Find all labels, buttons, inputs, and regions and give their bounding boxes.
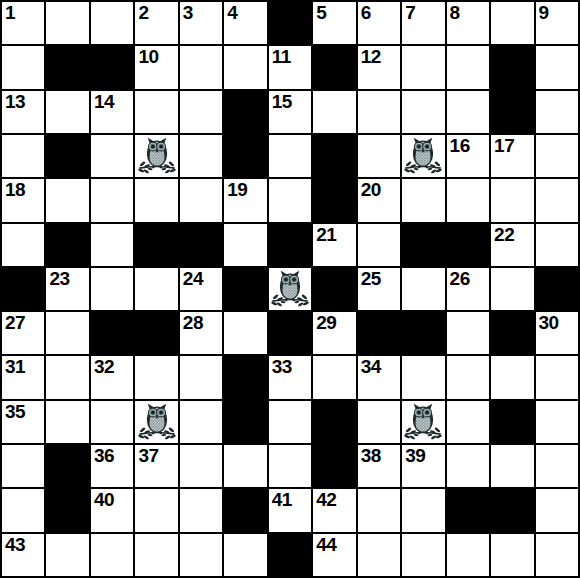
owl-on-branch-icon bbox=[136, 401, 177, 442]
black-square-r3-c7 bbox=[313, 135, 355, 177]
letter-square-r7-c7[interactable]: 29 bbox=[313, 312, 355, 354]
black-square-r5-c9 bbox=[402, 224, 444, 266]
letter-square-r3-c4[interactable] bbox=[180, 135, 222, 177]
letter-square-r3-c10[interactable]: 16 bbox=[447, 135, 489, 177]
letter-square-r12-c7[interactable]: 44 bbox=[313, 534, 355, 576]
letter-square-r2-c12[interactable] bbox=[536, 91, 578, 133]
clue-number-43: 43 bbox=[5, 534, 25, 556]
black-square-r6-c7 bbox=[313, 268, 355, 310]
clue-number-1: 1 bbox=[5, 2, 15, 24]
black-square-r11-c1 bbox=[46, 489, 88, 531]
clue-number-20: 20 bbox=[361, 179, 381, 201]
letter-square-r12-c0[interactable]: 43 bbox=[2, 534, 44, 576]
clue-number-41: 41 bbox=[272, 489, 292, 511]
letter-square-r8-c10[interactable] bbox=[447, 356, 489, 398]
letter-square-r0-c11[interactable] bbox=[491, 2, 533, 44]
black-square-r12-c6 bbox=[269, 534, 311, 576]
letter-square-r9-c6[interactable] bbox=[269, 401, 311, 443]
owl-square-r3-c3 bbox=[135, 135, 177, 177]
letter-square-r0-c10[interactable]: 8 bbox=[447, 2, 489, 44]
letter-square-r0-c12[interactable]: 9 bbox=[536, 2, 578, 44]
letter-square-r12-c1[interactable] bbox=[46, 534, 88, 576]
clue-number-15: 15 bbox=[272, 91, 292, 113]
letter-square-r9-c1[interactable] bbox=[46, 401, 88, 443]
clue-number-18: 18 bbox=[5, 179, 25, 201]
letter-square-r12-c10[interactable] bbox=[447, 534, 489, 576]
letter-square-r12-c2[interactable] bbox=[91, 534, 133, 576]
letter-square-r2-c6[interactable]: 15 bbox=[269, 91, 311, 133]
black-square-r7-c9 bbox=[402, 312, 444, 354]
letter-square-r4-c10[interactable] bbox=[447, 179, 489, 221]
letter-square-r10-c12[interactable] bbox=[536, 445, 578, 487]
letter-square-r8-c7[interactable] bbox=[313, 356, 355, 398]
letter-square-r4-c9[interactable] bbox=[402, 179, 444, 221]
letter-square-r3-c8[interactable] bbox=[358, 135, 400, 177]
clue-number-2: 2 bbox=[138, 2, 148, 24]
black-square-r1-c7 bbox=[313, 46, 355, 88]
letter-square-r6-c4[interactable]: 24 bbox=[180, 268, 222, 310]
letter-square-r10-c8[interactable]: 38 bbox=[358, 445, 400, 487]
letter-square-r6-c9[interactable] bbox=[402, 268, 444, 310]
letter-square-r10-c5[interactable] bbox=[224, 445, 266, 487]
letter-square-r7-c10[interactable] bbox=[447, 312, 489, 354]
letter-square-r8-c9[interactable] bbox=[402, 356, 444, 398]
letter-square-r0-c9[interactable]: 7 bbox=[402, 2, 444, 44]
owl-square-r6-c6 bbox=[269, 268, 311, 310]
clue-number-4: 4 bbox=[227, 2, 237, 24]
letter-square-r9-c10[interactable] bbox=[447, 401, 489, 443]
black-square-r11-c11 bbox=[491, 489, 533, 531]
black-square-r10-c1 bbox=[46, 445, 88, 487]
black-square-r1-c2 bbox=[91, 46, 133, 88]
letter-square-r7-c0[interactable]: 27 bbox=[2, 312, 44, 354]
letter-square-r5-c8[interactable] bbox=[358, 224, 400, 266]
clue-number-28: 28 bbox=[183, 312, 203, 334]
black-square-r7-c8 bbox=[358, 312, 400, 354]
black-square-r9-c7 bbox=[313, 401, 355, 443]
black-square-r2-c5 bbox=[224, 91, 266, 133]
letter-square-r8-c3[interactable] bbox=[135, 356, 177, 398]
letter-square-r1-c10[interactable] bbox=[447, 46, 489, 88]
letter-square-r8-c12[interactable] bbox=[536, 356, 578, 398]
clue-number-12: 12 bbox=[361, 46, 381, 68]
letter-square-r5-c11[interactable]: 22 bbox=[491, 224, 533, 266]
letter-square-r11-c6[interactable]: 41 bbox=[269, 489, 311, 531]
letter-square-r5-c5[interactable] bbox=[224, 224, 266, 266]
letter-square-r8-c4[interactable] bbox=[180, 356, 222, 398]
letter-square-r10-c6[interactable] bbox=[269, 445, 311, 487]
letter-square-r8-c11[interactable] bbox=[491, 356, 533, 398]
letter-square-r0-c1[interactable] bbox=[46, 2, 88, 44]
clue-number-33: 33 bbox=[272, 356, 292, 378]
owl-on-branch-icon bbox=[269, 268, 310, 309]
letter-square-r5-c12[interactable] bbox=[536, 224, 578, 266]
clue-number-6: 6 bbox=[361, 2, 371, 24]
black-square-r11-c5 bbox=[224, 489, 266, 531]
letter-square-r7-c5[interactable] bbox=[224, 312, 266, 354]
letter-square-r3-c12[interactable] bbox=[536, 135, 578, 177]
letter-square-r11-c2[interactable]: 40 bbox=[91, 489, 133, 531]
letter-square-r2-c10[interactable] bbox=[447, 91, 489, 133]
letter-square-r0-c7[interactable]: 5 bbox=[313, 2, 355, 44]
black-square-r3-c5 bbox=[224, 135, 266, 177]
letter-square-r3-c11[interactable]: 17 bbox=[491, 135, 533, 177]
clue-number-24: 24 bbox=[183, 268, 203, 290]
letter-square-r8-c1[interactable] bbox=[46, 356, 88, 398]
letter-square-r11-c9[interactable] bbox=[402, 489, 444, 531]
letter-square-r7-c1[interactable] bbox=[46, 312, 88, 354]
letter-square-r1-c3[interactable]: 10 bbox=[135, 46, 177, 88]
clue-number-11: 11 bbox=[272, 46, 291, 68]
letter-square-r10-c11[interactable] bbox=[491, 445, 533, 487]
letter-square-r1-c6[interactable]: 11 bbox=[269, 46, 311, 88]
clue-number-31: 31 bbox=[5, 356, 25, 378]
clue-number-16: 16 bbox=[450, 135, 470, 157]
letter-square-r9-c12[interactable] bbox=[536, 401, 578, 443]
black-square-r7-c3 bbox=[135, 312, 177, 354]
black-square-r7-c2 bbox=[91, 312, 133, 354]
letter-square-r1-c12[interactable] bbox=[536, 46, 578, 88]
owl-on-branch-icon bbox=[403, 401, 444, 442]
letter-square-r10-c9[interactable]: 39 bbox=[402, 445, 444, 487]
clue-number-21: 21 bbox=[316, 224, 336, 246]
letter-square-r4-c8[interactable]: 20 bbox=[358, 179, 400, 221]
clue-number-32: 32 bbox=[94, 356, 114, 378]
letter-square-r7-c12[interactable]: 30 bbox=[536, 312, 578, 354]
black-square-r10-c7 bbox=[313, 445, 355, 487]
clue-number-27: 27 bbox=[5, 312, 25, 334]
letter-square-r2-c8[interactable] bbox=[358, 91, 400, 133]
black-square-r3-c1 bbox=[46, 135, 88, 177]
letter-square-r10-c0[interactable] bbox=[2, 445, 44, 487]
letter-square-r12-c9[interactable] bbox=[402, 534, 444, 576]
black-square-r11-c10 bbox=[447, 489, 489, 531]
letter-square-r10-c3[interactable]: 37 bbox=[135, 445, 177, 487]
clue-number-38: 38 bbox=[361, 445, 381, 467]
letter-square-r10-c4[interactable] bbox=[180, 445, 222, 487]
clue-number-30: 30 bbox=[539, 312, 559, 334]
letter-square-r2-c7[interactable] bbox=[313, 91, 355, 133]
letter-square-r0-c0[interactable]: 1 bbox=[2, 2, 44, 44]
black-square-r8-c5 bbox=[224, 356, 266, 398]
letter-square-r2-c3[interactable] bbox=[135, 91, 177, 133]
clue-number-7: 7 bbox=[405, 2, 415, 24]
letter-square-r6-c10[interactable]: 26 bbox=[447, 268, 489, 310]
letter-square-r12-c12[interactable] bbox=[536, 534, 578, 576]
letter-square-r8-c8[interactable]: 34 bbox=[358, 356, 400, 398]
clue-number-42: 42 bbox=[316, 489, 336, 511]
black-square-r4-c7 bbox=[313, 179, 355, 221]
black-square-r6-c0 bbox=[2, 268, 44, 310]
letter-square-r0-c2[interactable] bbox=[91, 2, 133, 44]
clue-number-10: 10 bbox=[138, 46, 158, 68]
letter-square-r4-c5[interactable]: 19 bbox=[224, 179, 266, 221]
letter-square-r8-c6[interactable]: 33 bbox=[269, 356, 311, 398]
clue-number-14: 14 bbox=[94, 91, 114, 113]
black-square-r5-c6 bbox=[269, 224, 311, 266]
letter-square-r12-c5[interactable] bbox=[224, 534, 266, 576]
letter-square-r12-c3[interactable] bbox=[135, 534, 177, 576]
letter-square-r12-c4[interactable] bbox=[180, 534, 222, 576]
letter-square-r1-c9[interactable] bbox=[402, 46, 444, 88]
crossword-puzzle: 1234567891011121314151617181920212223242… bbox=[0, 0, 580, 578]
owl-on-branch-icon bbox=[136, 136, 177, 177]
letter-square-r5-c0[interactable] bbox=[2, 224, 44, 266]
letter-square-r0-c5[interactable]: 4 bbox=[224, 2, 266, 44]
clue-number-3: 3 bbox=[183, 2, 193, 24]
crossword-grid: 1234567891011121314151617181920212223242… bbox=[0, 0, 580, 578]
letter-square-r2-c9[interactable] bbox=[402, 91, 444, 133]
letter-square-r4-c6[interactable] bbox=[269, 179, 311, 221]
letter-square-r4-c12[interactable] bbox=[536, 179, 578, 221]
clue-number-25: 25 bbox=[361, 268, 381, 290]
letter-square-r6-c2[interactable] bbox=[91, 268, 133, 310]
clue-number-26: 26 bbox=[450, 268, 470, 290]
letter-square-r2-c0[interactable]: 13 bbox=[2, 91, 44, 133]
letter-square-r7-c4[interactable]: 28 bbox=[180, 312, 222, 354]
clue-number-8: 8 bbox=[450, 2, 460, 24]
black-square-r0-c6 bbox=[269, 2, 311, 44]
black-square-r2-c11 bbox=[491, 91, 533, 133]
letter-square-r3-c6[interactable] bbox=[269, 135, 311, 177]
letter-square-r1-c4[interactable] bbox=[180, 46, 222, 88]
black-square-r5-c3 bbox=[135, 224, 177, 266]
clue-number-29: 29 bbox=[316, 312, 336, 334]
black-square-r5-c10 bbox=[447, 224, 489, 266]
letter-square-r11-c3[interactable] bbox=[135, 489, 177, 531]
letter-square-r9-c4[interactable] bbox=[180, 401, 222, 443]
letter-square-r4-c3[interactable] bbox=[135, 179, 177, 221]
letter-square-r5-c7[interactable]: 21 bbox=[313, 224, 355, 266]
letter-square-r4-c11[interactable] bbox=[491, 179, 533, 221]
clue-number-13: 13 bbox=[5, 91, 25, 113]
black-square-r9-c11 bbox=[491, 401, 533, 443]
letter-square-r6-c8[interactable]: 25 bbox=[358, 268, 400, 310]
letter-square-r11-c8[interactable] bbox=[358, 489, 400, 531]
letter-square-r11-c0[interactable] bbox=[2, 489, 44, 531]
clue-number-23: 23 bbox=[49, 268, 69, 290]
letter-square-r12-c11[interactable] bbox=[491, 534, 533, 576]
letter-square-r10-c2[interactable]: 36 bbox=[91, 445, 133, 487]
letter-square-r6-c1[interactable]: 23 bbox=[46, 268, 88, 310]
letter-square-r11-c12[interactable] bbox=[536, 489, 578, 531]
clue-number-36: 36 bbox=[94, 445, 114, 467]
clue-number-44: 44 bbox=[316, 534, 336, 556]
letter-square-r9-c2[interactable] bbox=[91, 401, 133, 443]
letter-square-r1-c8[interactable]: 12 bbox=[358, 46, 400, 88]
letter-square-r12-c8[interactable] bbox=[358, 534, 400, 576]
letter-square-r8-c0[interactable]: 31 bbox=[2, 356, 44, 398]
black-square-r7-c11 bbox=[491, 312, 533, 354]
clue-number-39: 39 bbox=[405, 445, 425, 467]
owl-on-branch-icon bbox=[403, 136, 444, 177]
owl-square-r9-c3 bbox=[135, 401, 177, 443]
letter-square-r2-c2[interactable]: 14 bbox=[91, 91, 133, 133]
letter-square-r3-c2[interactable] bbox=[91, 135, 133, 177]
letter-square-r3-c0[interactable] bbox=[2, 135, 44, 177]
letter-square-r6-c3[interactable] bbox=[135, 268, 177, 310]
clue-number-34: 34 bbox=[361, 356, 381, 378]
clue-number-35: 35 bbox=[5, 401, 25, 423]
letter-square-r4-c4[interactable] bbox=[180, 179, 222, 221]
letter-square-r0-c4[interactable]: 3 bbox=[180, 2, 222, 44]
clue-number-5: 5 bbox=[316, 2, 326, 24]
letter-square-r1-c5[interactable] bbox=[224, 46, 266, 88]
letter-square-r9-c8[interactable] bbox=[358, 401, 400, 443]
clue-number-17: 17 bbox=[494, 135, 514, 157]
black-square-r5-c4 bbox=[180, 224, 222, 266]
black-square-r6-c5 bbox=[224, 268, 266, 310]
letter-square-r4-c2[interactable] bbox=[91, 179, 133, 221]
black-square-r1-c1 bbox=[46, 46, 88, 88]
owl-square-r3-c9 bbox=[402, 135, 444, 177]
clue-number-22: 22 bbox=[494, 224, 514, 246]
black-square-r9-c5 bbox=[224, 401, 266, 443]
letter-square-r2-c1[interactable] bbox=[46, 91, 88, 133]
letter-square-r11-c4[interactable] bbox=[180, 489, 222, 531]
black-square-r6-c12 bbox=[536, 268, 578, 310]
letter-square-r11-c7[interactable]: 42 bbox=[313, 489, 355, 531]
letter-square-r5-c2[interactable] bbox=[91, 224, 133, 266]
letter-square-r4-c1[interactable] bbox=[46, 179, 88, 221]
letter-square-r0-c8[interactable]: 6 bbox=[358, 2, 400, 44]
owl-square-r9-c9 bbox=[402, 401, 444, 443]
black-square-r7-c6 bbox=[269, 312, 311, 354]
black-square-r1-c11 bbox=[491, 46, 533, 88]
letter-square-r8-c2[interactable]: 32 bbox=[91, 356, 133, 398]
letter-square-r0-c3[interactable]: 2 bbox=[135, 2, 177, 44]
clue-number-37: 37 bbox=[138, 445, 158, 467]
clue-number-9: 9 bbox=[539, 2, 549, 24]
clue-number-40: 40 bbox=[94, 489, 114, 511]
clue-number-19: 19 bbox=[227, 179, 247, 201]
black-square-r5-c1 bbox=[46, 224, 88, 266]
letter-square-r4-c0[interactable]: 18 bbox=[2, 179, 44, 221]
letter-square-r9-c0[interactable]: 35 bbox=[2, 401, 44, 443]
letter-square-r10-c10[interactable] bbox=[447, 445, 489, 487]
letter-square-r6-c11[interactable] bbox=[491, 268, 533, 310]
letter-square-r2-c4[interactable] bbox=[180, 91, 222, 133]
letter-square-r1-c0[interactable] bbox=[2, 46, 44, 88]
